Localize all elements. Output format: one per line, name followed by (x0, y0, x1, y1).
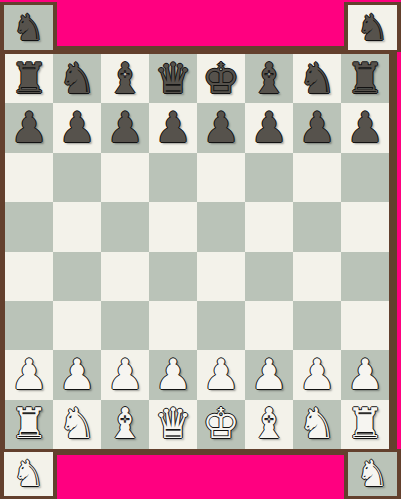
square-d1[interactable]: ♛ (149, 400, 197, 449)
corner-square-top-right[interactable]: ♞ (344, 2, 401, 52)
square-h4[interactable] (341, 252, 389, 301)
square-b5[interactable] (53, 202, 101, 251)
black-pawn[interactable]: ♟ (58, 107, 96, 149)
square-d2[interactable]: ♟ (149, 350, 197, 399)
corner-cell[interactable]: ♞ (4, 452, 53, 496)
square-g6[interactable] (293, 153, 341, 202)
square-b6[interactable] (53, 153, 101, 202)
square-a1[interactable]: ♜ (5, 400, 53, 449)
black-rook[interactable]: ♜ (346, 58, 384, 100)
black-pawn[interactable]: ♟ (154, 107, 192, 149)
black-queen[interactable]: ♛ (154, 58, 192, 100)
black-wizard[interactable]: ♞ (356, 10, 388, 46)
square-e1[interactable]: ♚ (197, 400, 245, 449)
square-g5[interactable] (293, 202, 341, 251)
square-h6[interactable] (341, 153, 389, 202)
square-c5[interactable] (101, 202, 149, 251)
black-pawn[interactable]: ♟ (106, 107, 144, 149)
black-wizard[interactable]: ♞ (12, 10, 44, 46)
white-knight[interactable]: ♞ (58, 403, 96, 445)
square-c2[interactable]: ♟ (101, 350, 149, 399)
square-g8[interactable]: ♞ (293, 54, 341, 103)
square-f6[interactable] (245, 153, 293, 202)
square-e7[interactable]: ♟ (197, 103, 245, 152)
black-pawn[interactable]: ♟ (10, 107, 48, 149)
corner-cell[interactable]: ♞ (348, 452, 397, 496)
white-king[interactable]: ♚ (202, 403, 240, 445)
corner-square-bottom-right[interactable]: ♞ (344, 449, 401, 499)
square-c1[interactable]: ♝ (101, 400, 149, 449)
square-a8[interactable]: ♜ (5, 54, 53, 103)
corner-square-top-left[interactable]: ♞ (0, 2, 57, 52)
bottom-pink-bar (57, 455, 344, 499)
square-h8[interactable]: ♜ (341, 54, 389, 103)
square-e5[interactable] (197, 202, 245, 251)
square-e8[interactable]: ♚ (197, 54, 245, 103)
square-c7[interactable]: ♟ (101, 103, 149, 152)
square-d6[interactable] (149, 153, 197, 202)
black-bishop[interactable]: ♝ (250, 58, 288, 100)
bottom-banner (57, 449, 344, 499)
square-b3[interactable] (53, 301, 101, 350)
board-grid: ♜♞♝♛♚♝♞♜♟♟♟♟♟♟♟♟♟♟♟♟♟♟♟♟♜♞♝♛♚♝♞♜ (5, 54, 389, 449)
black-bishop[interactable]: ♝ (106, 58, 144, 100)
square-f8[interactable]: ♝ (245, 54, 293, 103)
square-a2[interactable]: ♟ (5, 350, 53, 399)
black-knight[interactable]: ♞ (58, 58, 96, 100)
square-f5[interactable] (245, 202, 293, 251)
square-c3[interactable] (101, 301, 149, 350)
square-b7[interactable]: ♟ (53, 103, 101, 152)
square-f1[interactable]: ♝ (245, 400, 293, 449)
square-d4[interactable] (149, 252, 197, 301)
top-pink-bar (57, 0, 344, 46)
square-g4[interactable] (293, 252, 341, 301)
top-banner (57, 0, 344, 52)
chess-board: ♜♞♝♛♚♝♞♜♟♟♟♟♟♟♟♟♟♟♟♟♟♟♟♟♜♞♝♛♚♝♞♜ (0, 52, 397, 449)
black-rook[interactable]: ♜ (10, 58, 48, 100)
square-g1[interactable]: ♞ (293, 400, 341, 449)
corner-cell[interactable]: ♞ (4, 5, 53, 50)
square-f3[interactable] (245, 301, 293, 350)
square-d8[interactable]: ♛ (149, 54, 197, 103)
square-a5[interactable] (5, 202, 53, 251)
white-wizard[interactable]: ♞ (12, 456, 44, 492)
white-pawn[interactable]: ♟ (106, 354, 144, 396)
white-queen[interactable]: ♛ (154, 403, 192, 445)
square-c6[interactable] (101, 153, 149, 202)
white-pawn[interactable]: ♟ (154, 354, 192, 396)
bottom-strip: ♞ ♞ (0, 449, 401, 499)
white-bishop[interactable]: ♝ (250, 403, 288, 445)
white-pawn[interactable]: ♟ (250, 354, 288, 396)
square-a6[interactable] (5, 153, 53, 202)
white-rook[interactable]: ♜ (10, 403, 48, 445)
square-e4[interactable] (197, 252, 245, 301)
square-h5[interactable] (341, 202, 389, 251)
corner-square-bottom-left[interactable]: ♞ (0, 449, 57, 499)
white-pawn[interactable]: ♟ (298, 354, 336, 396)
game-window: ♞ ♞ ♜♞♝♛♚♝♞♜♟♟♟♟♟♟♟♟♟♟♟♟♟♟♟♟♜♞♝♛♚♝♞♜ ♞ (0, 0, 401, 499)
white-pawn[interactable]: ♟ (202, 354, 240, 396)
black-knight[interactable]: ♞ (298, 58, 336, 100)
white-knight[interactable]: ♞ (298, 403, 336, 445)
square-e3[interactable] (197, 301, 245, 350)
square-d7[interactable]: ♟ (149, 103, 197, 152)
black-pawn[interactable]: ♟ (346, 107, 384, 149)
board-area: ♜♞♝♛♚♝♞♜♟♟♟♟♟♟♟♟♟♟♟♟♟♟♟♟♜♞♝♛♚♝♞♜ (0, 52, 401, 449)
square-b1[interactable]: ♞ (53, 400, 101, 449)
square-g2[interactable]: ♟ (293, 350, 341, 399)
white-rook[interactable]: ♜ (346, 403, 384, 445)
square-f7[interactable]: ♟ (245, 103, 293, 152)
white-pawn[interactable]: ♟ (346, 354, 384, 396)
square-d3[interactable] (149, 301, 197, 350)
square-h1[interactable]: ♜ (341, 400, 389, 449)
square-h7[interactable]: ♟ (341, 103, 389, 152)
white-wizard[interactable]: ♞ (356, 456, 388, 492)
white-pawn[interactable]: ♟ (10, 354, 48, 396)
square-f2[interactable]: ♟ (245, 350, 293, 399)
white-bishop[interactable]: ♝ (106, 403, 144, 445)
square-a7[interactable]: ♟ (5, 103, 53, 152)
top-strip: ♞ ♞ (0, 0, 401, 52)
square-c8[interactable]: ♝ (101, 54, 149, 103)
square-g3[interactable] (293, 301, 341, 350)
square-h3[interactable] (341, 301, 389, 350)
square-c4[interactable] (101, 252, 149, 301)
square-e2[interactable]: ♟ (197, 350, 245, 399)
square-d5[interactable] (149, 202, 197, 251)
square-h2[interactable]: ♟ (341, 350, 389, 399)
square-b2[interactable]: ♟ (53, 350, 101, 399)
square-b8[interactable]: ♞ (53, 54, 101, 103)
square-a3[interactable] (5, 301, 53, 350)
black-pawn[interactable]: ♟ (298, 107, 336, 149)
corner-cell[interactable]: ♞ (348, 5, 397, 50)
black-pawn[interactable]: ♟ (250, 107, 288, 149)
black-pawn[interactable]: ♟ (202, 107, 240, 149)
black-king[interactable]: ♚ (202, 58, 240, 100)
white-pawn[interactable]: ♟ (58, 354, 96, 396)
square-b4[interactable] (53, 252, 101, 301)
square-e6[interactable] (197, 153, 245, 202)
square-g7[interactable]: ♟ (293, 103, 341, 152)
square-f4[interactable] (245, 252, 293, 301)
square-a4[interactable] (5, 252, 53, 301)
